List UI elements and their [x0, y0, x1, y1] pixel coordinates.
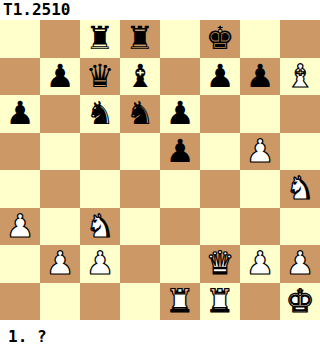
square-d6[interactable]: ♞	[120, 95, 160, 133]
square-f3[interactable]	[200, 208, 240, 246]
square-c2[interactable]: ♟	[80, 245, 120, 283]
square-f1[interactable]: ♜	[200, 283, 240, 321]
white-pawn: ♟	[80, 245, 120, 283]
black-bishop: ♝	[120, 58, 160, 96]
square-c6[interactable]: ♞	[80, 95, 120, 133]
square-b1[interactable]	[40, 283, 80, 321]
square-h1[interactable]: ♚	[280, 283, 320, 321]
square-b3[interactable]	[40, 208, 80, 246]
square-b8[interactable]	[40, 20, 80, 58]
square-e6[interactable]: ♟	[160, 95, 200, 133]
white-pawn: ♟	[40, 245, 80, 283]
white-rook: ♜	[200, 283, 240, 321]
square-d8[interactable]: ♜	[120, 20, 160, 58]
square-g1[interactable]	[240, 283, 280, 321]
square-a8[interactable]	[0, 20, 40, 58]
black-pawn: ♟	[160, 95, 200, 133]
black-pawn: ♟	[0, 95, 40, 133]
square-h5[interactable]	[280, 133, 320, 171]
square-f4[interactable]	[200, 170, 240, 208]
black-rook: ♜	[80, 20, 120, 58]
black-pawn: ♟	[200, 58, 240, 96]
square-h2[interactable]: ♟	[280, 245, 320, 283]
white-bishop: ♝	[280, 58, 320, 96]
black-knight: ♞	[120, 95, 160, 133]
white-pawn: ♟	[240, 133, 280, 171]
white-knight: ♞	[80, 208, 120, 246]
square-c7[interactable]: ♛	[80, 58, 120, 96]
square-f5[interactable]	[200, 133, 240, 171]
square-f7[interactable]: ♟	[200, 58, 240, 96]
square-b7[interactable]: ♟	[40, 58, 80, 96]
square-c8[interactable]: ♜	[80, 20, 120, 58]
puzzle-id: T1.2510	[3, 1, 70, 19]
square-g4[interactable]	[240, 170, 280, 208]
white-pawn: ♟	[280, 245, 320, 283]
white-king: ♚	[280, 283, 320, 321]
square-h7[interactable]: ♝	[280, 58, 320, 96]
white-pawn: ♟	[0, 208, 40, 246]
square-a3[interactable]: ♟	[0, 208, 40, 246]
square-c5[interactable]	[80, 133, 120, 171]
black-queen: ♛	[80, 58, 120, 96]
square-d4[interactable]	[120, 170, 160, 208]
black-rook: ♜	[120, 20, 160, 58]
square-e5[interactable]: ♟	[160, 133, 200, 171]
square-b4[interactable]	[40, 170, 80, 208]
status-bar: 1. ?	[0, 320, 320, 360]
move-prompt: 1. ?	[8, 328, 47, 346]
white-knight: ♞	[280, 170, 320, 208]
black-knight: ♞	[80, 95, 120, 133]
square-f8[interactable]: ♚	[200, 20, 240, 58]
black-king: ♚	[200, 20, 240, 58]
square-d7[interactable]: ♝	[120, 58, 160, 96]
square-d3[interactable]	[120, 208, 160, 246]
square-f2[interactable]: ♛	[200, 245, 240, 283]
chess-board: ♜♜♚♟♛♝♟♟♝♟♞♞♟♟♟♞♟♞♟♟♛♟♟♜♜♚	[0, 20, 320, 320]
square-a6[interactable]: ♟	[0, 95, 40, 133]
square-a5[interactable]	[0, 133, 40, 171]
square-b2[interactable]: ♟	[40, 245, 80, 283]
square-g5[interactable]: ♟	[240, 133, 280, 171]
square-e1[interactable]: ♜	[160, 283, 200, 321]
square-b6[interactable]	[40, 95, 80, 133]
square-e2[interactable]	[160, 245, 200, 283]
square-d1[interactable]	[120, 283, 160, 321]
square-e3[interactable]	[160, 208, 200, 246]
square-h3[interactable]	[280, 208, 320, 246]
square-d5[interactable]	[120, 133, 160, 171]
square-c1[interactable]	[80, 283, 120, 321]
square-h4[interactable]: ♞	[280, 170, 320, 208]
square-a7[interactable]	[0, 58, 40, 96]
black-pawn: ♟	[160, 133, 200, 171]
square-d2[interactable]	[120, 245, 160, 283]
black-pawn: ♟	[40, 58, 80, 96]
square-g3[interactable]	[240, 208, 280, 246]
square-f6[interactable]	[200, 95, 240, 133]
white-rook: ♜	[160, 283, 200, 321]
square-e7[interactable]	[160, 58, 200, 96]
square-g8[interactable]	[240, 20, 280, 58]
square-g2[interactable]: ♟	[240, 245, 280, 283]
square-h6[interactable]	[280, 95, 320, 133]
white-pawn: ♟	[240, 245, 280, 283]
square-e4[interactable]	[160, 170, 200, 208]
title-bar: T1.2510	[0, 0, 320, 20]
square-g6[interactable]	[240, 95, 280, 133]
square-c3[interactable]: ♞	[80, 208, 120, 246]
square-g7[interactable]: ♟	[240, 58, 280, 96]
square-a4[interactable]	[0, 170, 40, 208]
black-pawn: ♟	[240, 58, 280, 96]
square-c4[interactable]	[80, 170, 120, 208]
square-b5[interactable]	[40, 133, 80, 171]
square-a1[interactable]	[0, 283, 40, 321]
square-e8[interactable]	[160, 20, 200, 58]
square-a2[interactable]	[0, 245, 40, 283]
square-h8[interactable]	[280, 20, 320, 58]
white-queen: ♛	[200, 245, 240, 283]
